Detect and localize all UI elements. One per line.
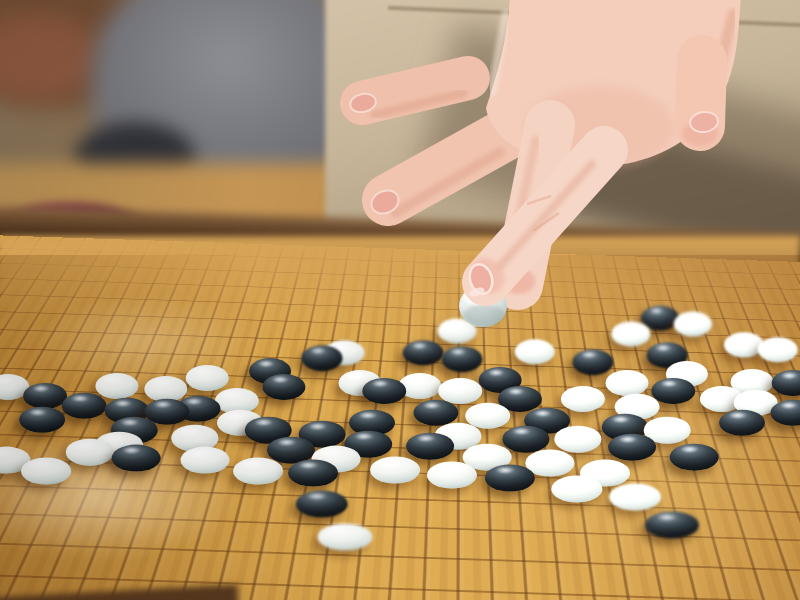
go-game-scene [0,0,800,600]
ring-finger [388,135,505,200]
hand [0,0,800,600]
held-stone-shade [463,304,505,326]
